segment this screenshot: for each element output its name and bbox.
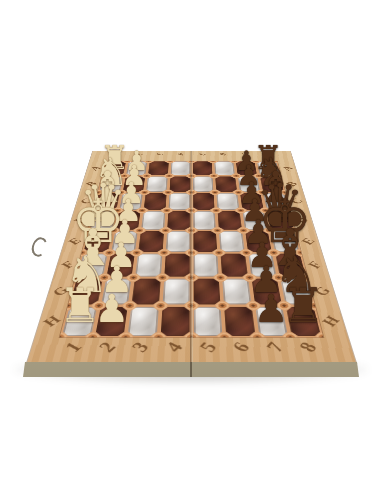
square-b8 (259, 176, 286, 192)
square-marble-inlay (240, 193, 264, 210)
square-marble-inlay (135, 254, 162, 277)
square-marble-inlay (101, 279, 132, 305)
square-marble-inlay (193, 176, 214, 191)
square-c4 (167, 192, 192, 210)
square-f5 (192, 253, 221, 278)
square-marble-inlay (123, 176, 146, 191)
square-marble-inlay (95, 307, 128, 336)
square-a7 (234, 161, 258, 176)
rank-label-bottom-7: 7 (256, 333, 294, 361)
rank-label-bottom-8: 8 (290, 333, 328, 361)
square-g6 (221, 278, 254, 306)
square-d5 (192, 210, 218, 230)
square-marble-inlay (77, 254, 107, 277)
square-marble-inlay (138, 231, 164, 252)
square-marble-inlay (255, 307, 288, 336)
square-h8 (284, 306, 323, 338)
square-marble-inlay (141, 211, 165, 230)
square-g4 (161, 278, 192, 306)
square-e3 (137, 230, 166, 252)
square-marble-inlay (94, 193, 119, 210)
square-marble-inlay (106, 254, 135, 277)
square-e6 (217, 230, 246, 252)
square-f8 (274, 253, 308, 278)
square-f6 (219, 253, 250, 278)
rank-label-bottom-6: 6 (222, 333, 261, 361)
square-marble-inlay (245, 231, 272, 252)
square-marble-inlay (126, 161, 148, 175)
square-h2 (93, 306, 130, 338)
square-marble-inlay (193, 254, 219, 277)
rank-label-top-2: 2 (128, 149, 149, 159)
rank-label-bottom-4: 4 (154, 333, 194, 361)
square-b5 (192, 176, 215, 192)
square-h6 (222, 306, 257, 338)
square-marble-inlay (238, 176, 261, 191)
square-d2 (114, 210, 143, 230)
square-a6 (213, 161, 236, 176)
square-marble-inlay (224, 307, 255, 336)
square-marble-inlay (170, 161, 190, 175)
rank-label-bottom-3: 3 (120, 333, 160, 361)
square-d8 (265, 210, 295, 230)
square-marble-inlay (276, 254, 306, 277)
square-marble-inlay (214, 161, 235, 175)
square-marble-inlay (193, 211, 216, 230)
square-marble-inlay (169, 176, 190, 191)
square-marble-inlay (132, 279, 161, 305)
square-g8 (279, 278, 315, 306)
square-marble-inlay (111, 231, 138, 252)
square-marble-inlay (119, 193, 143, 210)
square-h5 (192, 306, 225, 338)
chessboard: AABBCCDDEEFFGGHH1122334455667788 (27, 151, 356, 363)
square-marble-inlay (144, 193, 167, 210)
square-marble-inlay (115, 211, 140, 230)
square-marble-inlay (168, 193, 190, 210)
box-side-seam (190, 362, 192, 377)
square-a8 (256, 161, 281, 176)
square-c7 (238, 192, 265, 210)
square-c8 (262, 192, 290, 210)
rank-label-top-5: 5 (191, 149, 212, 159)
square-marble-inlay (70, 279, 102, 305)
square-marble-inlay (166, 231, 190, 252)
square-a5 (192, 161, 214, 176)
square-d6 (216, 210, 243, 230)
square-d4 (166, 210, 192, 230)
square-marble-inlay (128, 307, 159, 336)
square-marble-inlay (251, 279, 282, 305)
rank-label-bottom-2: 2 (87, 333, 128, 361)
square-marble-inlay (161, 307, 190, 336)
square-marble-inlay (99, 176, 123, 191)
square-marble-inlay (193, 161, 213, 175)
rank-label-top-3: 3 (149, 149, 170, 159)
square-b4 (168, 176, 191, 192)
square-marble-inlay (221, 254, 248, 277)
square-marble-inlay (271, 231, 299, 252)
square-marble-inlay (216, 193, 239, 210)
square-marble-inlay (260, 176, 284, 191)
square-marble-inlay (193, 279, 220, 305)
rank-label-top-1: 1 (107, 149, 129, 159)
square-marble-inlay (218, 211, 242, 230)
square-c3 (142, 192, 168, 210)
square-d3 (140, 210, 167, 230)
square-e5 (192, 230, 219, 252)
square-marble-inlay (263, 193, 288, 210)
square-marble-inlay (148, 161, 169, 175)
square-marble-inlay (281, 279, 313, 305)
square-b3 (145, 176, 170, 192)
square-a2 (124, 161, 148, 176)
square-b6 (214, 176, 239, 192)
square-h4 (159, 306, 192, 338)
square-f2 (104, 253, 136, 278)
square-marble-inlay (257, 161, 280, 175)
square-marble-inlay (248, 254, 277, 277)
square-a1 (102, 161, 127, 176)
square-marble-inlay (146, 176, 168, 191)
product-photo: AABBCCDDEEFFGGHH1122334455667788 ♜♟♟♜♞♟♟… (0, 0, 380, 500)
square-e4 (164, 230, 191, 252)
square-marble-inlay (193, 193, 215, 210)
square-f4 (162, 253, 191, 278)
square-a4 (169, 161, 191, 176)
square-marble-inlay (286, 307, 321, 336)
rank-label-bottom-5: 5 (188, 333, 227, 361)
rank-label-top-4: 4 (170, 149, 191, 159)
square-b7 (236, 176, 262, 192)
square-marble-inlay (193, 307, 222, 336)
square-g3 (130, 278, 163, 306)
square-b1 (98, 176, 125, 192)
square-f3 (133, 253, 164, 278)
square-g2 (99, 278, 134, 306)
square-marble-inlay (215, 176, 237, 191)
rank-label-top-7: 7 (234, 149, 254, 159)
square-marble-inlay (89, 211, 116, 230)
square-marble-inlay (84, 231, 112, 252)
rank-label-top-8: 8 (255, 149, 275, 159)
square-marble-inlay (222, 279, 251, 305)
square-marble-inlay (164, 254, 190, 277)
square-e2 (109, 230, 139, 252)
square-marble-inlay (162, 279, 189, 305)
square-marble-inlay (236, 161, 258, 175)
square-e8 (269, 230, 301, 252)
square-g5 (192, 278, 223, 306)
rank-label-top-6: 6 (213, 149, 233, 159)
square-marble-inlay (62, 307, 97, 336)
square-b2 (121, 176, 147, 192)
square-marble-inlay (267, 211, 294, 230)
square-h3 (126, 306, 161, 338)
square-marble-inlay (103, 161, 126, 175)
square-marble-inlay (193, 231, 217, 252)
square-marble-inlay (167, 211, 190, 230)
square-a3 (147, 161, 170, 176)
square-c6 (215, 192, 241, 210)
square-c2 (118, 192, 145, 210)
square-c1 (93, 192, 121, 210)
square-c5 (192, 192, 217, 210)
square-marble-inlay (219, 231, 245, 252)
clasp-icon (29, 235, 49, 259)
rank-label-bottom-1: 1 (53, 333, 95, 361)
square-marble-inlay (242, 211, 267, 230)
